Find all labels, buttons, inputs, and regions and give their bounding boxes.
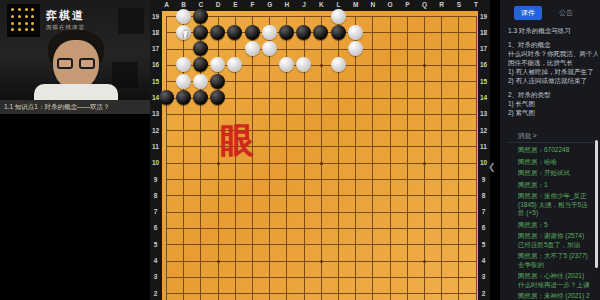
coord-number-right-3: 3	[478, 273, 489, 280]
stone-black-D14	[210, 90, 225, 105]
stone-black-C19	[193, 9, 208, 24]
coord-number-left-19: 19	[150, 13, 161, 20]
coord-number-right-19: 19	[478, 13, 489, 20]
chat-message: 陶然居：谢谢你 (2574) 已经连胜5盘了，加油	[518, 232, 592, 249]
grid-line-vertical	[476, 16, 477, 300]
chat-message: 陶然居：哈哈	[518, 158, 592, 167]
coord-letter-P: P	[403, 1, 412, 8]
lesson-notes: 1.3 对杀的概念与练习1、对杀的概念什么叫对杀？你死我活、两个人困住不能逃，比…	[508, 26, 598, 117]
grid-line-horizontal	[166, 293, 477, 294]
grid-line-vertical	[390, 16, 391, 300]
stone-black-A14	[159, 90, 174, 105]
stone-white-M17	[348, 41, 363, 56]
chat-header[interactable]: 消息 >	[518, 132, 537, 141]
webcam-video: 弈棋道 围棋在线课堂	[0, 0, 150, 100]
panel-tabs: 课件公告	[514, 6, 598, 20]
stone-white-B15	[176, 74, 191, 89]
panel-collapse-arrow[interactable]: ❮	[488, 162, 496, 172]
note-line: 1.3 对杀的概念与练习	[508, 26, 598, 35]
stone-white-C15	[193, 74, 208, 89]
stone-black-L18	[331, 25, 346, 40]
presenter-shirt	[34, 84, 118, 100]
coord-letter-R: R	[437, 1, 446, 8]
note-line: 什么叫对杀？你死我活、两个人	[508, 49, 598, 58]
coord-letter-G: G	[265, 1, 274, 8]
stone-white-F17	[245, 41, 260, 56]
note-line: 2、对杀的类型	[508, 90, 598, 99]
coord-letter-M: M	[351, 1, 360, 8]
grid-line-horizontal	[166, 179, 477, 180]
stone-black-B14	[176, 90, 191, 105]
coord-number-left-6: 6	[150, 224, 161, 231]
note-line: 2) 紧气图	[508, 108, 598, 117]
coord-number-left-8: 8	[150, 192, 161, 199]
coord-number-left-13: 13	[150, 110, 161, 117]
lesson-caption: 1.1 知识点1：对杀的概念——双活？	[0, 100, 150, 114]
coord-number-right-16: 16	[478, 61, 489, 68]
grid-line-horizontal	[166, 244, 477, 245]
coord-number-right-15: 15	[478, 78, 489, 85]
coord-letter-H: H	[282, 1, 291, 8]
grid-line-vertical	[269, 16, 270, 300]
board-annotation-eye: 眼	[220, 118, 254, 164]
coord-letter-S: S	[454, 1, 463, 8]
star-point-Q10	[423, 162, 426, 165]
coord-letter-N: N	[368, 1, 377, 8]
note-line: 困住不能逃，比拼气长	[508, 58, 598, 67]
stone-black-E18	[227, 25, 242, 40]
star-point-K10	[320, 162, 323, 165]
app-window: 弈棋道 围棋在线课堂 1.1 知识点1：对杀的概念——双活？ ABCDEFGHJ…	[0, 0, 600, 300]
stone-black-C17	[193, 41, 208, 56]
grid-line-vertical	[407, 16, 408, 300]
go-board[interactable]: ABCDEFGHJKLMNOPQRST191918181717161615151…	[150, 0, 490, 300]
stone-black-D15	[210, 74, 225, 89]
coord-letter-C: C	[196, 1, 205, 8]
coord-number-left-16: 16	[150, 61, 161, 68]
chat-message-list[interactable]: 陶然居：6702248陶然居：哈哈陶然居：开始试试陶然居：1陶然居：迷你少年_反…	[518, 146, 592, 300]
note-line: 1) 长气图	[508, 99, 598, 108]
stone-white-M18	[348, 25, 363, 40]
coord-number-right-11: 11	[478, 143, 489, 150]
coord-letter-F: F	[248, 1, 257, 8]
coord-number-left-9: 9	[150, 176, 161, 183]
note-line: 1) 有人被吃掉，对杀就产生了	[508, 67, 598, 76]
coord-number-left-12: 12	[150, 127, 161, 134]
star-point-K4	[320, 260, 323, 263]
wall-logo-decoration	[112, 62, 138, 88]
note-line: 1、对杀的概念	[508, 40, 598, 49]
chat-message: 陶然居：开始试试	[518, 169, 592, 178]
coord-number-right-5: 5	[478, 241, 489, 248]
grid-line-horizontal	[166, 228, 477, 229]
coord-number-left-4: 4	[150, 257, 161, 264]
coord-number-right-8: 8	[478, 192, 489, 199]
chat-message: 陶然居：1	[518, 181, 592, 190]
star-point-D4	[217, 260, 220, 263]
grid-line-vertical	[321, 16, 322, 300]
grid-line-horizontal	[166, 212, 477, 213]
coord-number-right-9: 9	[478, 176, 489, 183]
coord-number-right-6: 6	[478, 224, 489, 231]
coord-letter-O: O	[386, 1, 395, 8]
coord-number-left-2: 2	[150, 290, 161, 297]
star-point-K16	[320, 64, 323, 67]
stone-white-B16	[176, 57, 191, 72]
stone-black-D18	[210, 25, 225, 40]
coord-number-left-17: 17	[150, 45, 161, 52]
coord-number-left-18: 18	[150, 29, 161, 36]
brand-logo-icon	[7, 4, 40, 37]
grid-line-vertical	[355, 16, 356, 300]
grid-line-vertical	[372, 16, 373, 300]
stone-black-J18	[296, 25, 311, 40]
coord-number-left-11: 11	[150, 143, 161, 150]
wall-logo-decoration	[118, 8, 144, 34]
right-panel: 课件公告 1.3 对杀的概念与练习1、对杀的概念什么叫对杀？你死我活、两个人困住…	[500, 0, 600, 300]
chat-message: 陶然居：迷你少年_反正 (1845) 太强，相当于5连胜 (+5)	[518, 192, 592, 218]
coord-number-left-5: 5	[150, 241, 161, 248]
coord-letter-J: J	[300, 1, 309, 8]
coord-number-left-10: 10	[150, 159, 161, 166]
coord-number-right-7: 7	[478, 208, 489, 215]
coord-number-left-15: 15	[150, 78, 161, 85]
note-line: 2) 有人连回或做活就结束了	[508, 76, 598, 85]
grid-line-vertical	[424, 16, 425, 300]
star-point-Q4	[423, 260, 426, 263]
stone-black-K18	[313, 25, 328, 40]
coord-letter-L: L	[334, 1, 343, 8]
grid-line-horizontal	[166, 195, 477, 196]
coord-letter-E: E	[231, 1, 240, 8]
coord-letter-Q: Q	[420, 1, 429, 8]
coord-letter-D: D	[214, 1, 223, 8]
coord-number-right-18: 18	[478, 29, 489, 36]
grid-line-vertical	[441, 16, 442, 300]
stone-white-L16	[331, 57, 346, 72]
presenter-glasses	[57, 58, 95, 69]
coord-number-left-7: 7	[150, 208, 161, 215]
coord-number-right-12: 12	[478, 127, 489, 134]
chat-message: 陶然居：心神佳 (2021) 什么时候再进一步？上课	[518, 272, 592, 289]
stone-white-G18	[262, 25, 277, 40]
stone-black-C14	[193, 90, 208, 105]
brand-tagline: 围棋在线课堂	[46, 24, 85, 31]
stone-white-G17	[262, 41, 277, 56]
grid-line-horizontal	[166, 277, 477, 278]
tab-课件[interactable]: 课件	[514, 6, 542, 20]
grid-line-vertical	[166, 16, 167, 300]
coord-letter-B: B	[179, 1, 188, 8]
chat-message: 陶然居：大不了5 (2377) 会争取的	[518, 252, 592, 269]
coord-number-right-13: 13	[478, 110, 489, 117]
coord-number-right-14: 14	[478, 94, 489, 101]
coord-number-right-2: 2	[478, 290, 489, 297]
stone-black-H18	[279, 25, 294, 40]
coord-letter-K: K	[317, 1, 326, 8]
tab-公告[interactable]: 公告	[552, 6, 580, 20]
coord-letter-A: A	[162, 1, 171, 8]
coord-number-right-4: 4	[478, 257, 489, 264]
chat-message: 陶然居：6702248	[518, 146, 592, 155]
star-point-Q16	[423, 64, 426, 67]
stone-black-C18	[193, 25, 208, 40]
stone-white-B19	[176, 9, 191, 24]
coord-number-left-3: 3	[150, 273, 161, 280]
stone-white-L19	[331, 9, 346, 24]
coord-letter-T: T	[472, 1, 481, 8]
brand-name: 弈棋道	[46, 8, 85, 23]
grid-line-vertical	[458, 16, 459, 300]
chat-divider	[508, 142, 594, 143]
chat-message: 陶然居：来神经 (2021) 2年冬天了，继续	[518, 292, 592, 300]
stone-black-F18	[245, 25, 260, 40]
chat-message: 陶然居：5	[518, 221, 592, 230]
coord-number-right-17: 17	[478, 45, 489, 52]
chat-scrollbar[interactable]	[595, 140, 598, 268]
